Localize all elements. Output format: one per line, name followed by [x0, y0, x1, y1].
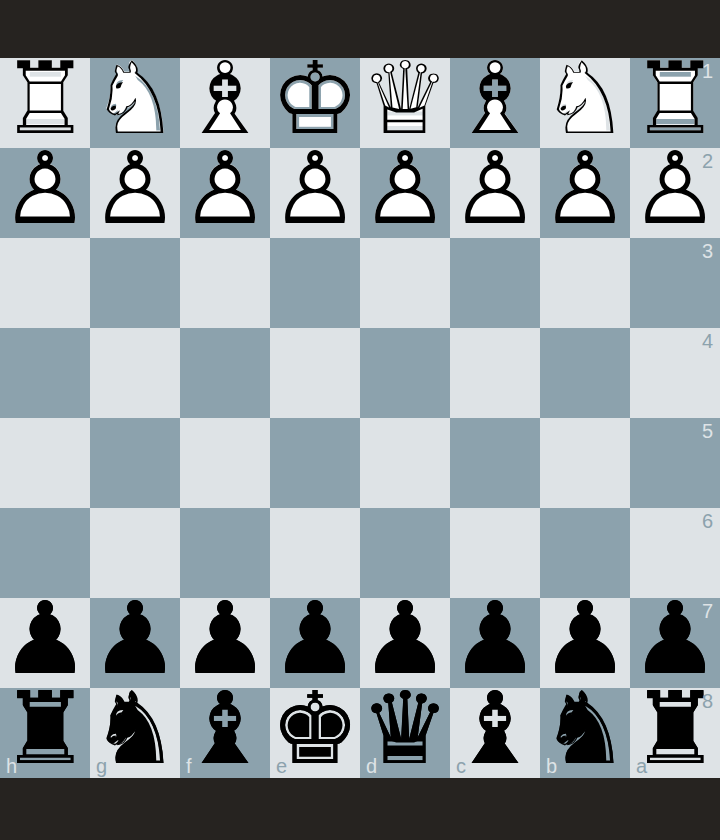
page-background: ♜♖♞♘♝♗♚♔♛♕♝♗♞♘♜♖1♟♙♟♙♟♙♟♙♟♙♟♙♟♙♟♙23456♟♙… — [0, 0, 720, 840]
black-knight-b8[interactable]: ♞♘ — [540, 688, 630, 778]
white-pawn-f2[interactable]: ♟♙ — [180, 148, 270, 238]
square-f8[interactable]: ♝♗f — [180, 688, 270, 778]
square-b4[interactable] — [540, 328, 630, 418]
white-pawn-c2[interactable]: ♟♙ — [450, 148, 540, 238]
white-pawn-b2[interactable]: ♟♙ — [540, 148, 630, 238]
piece-glyph-outline: ♙ — [540, 144, 630, 234]
rank-label-4: 4 — [702, 331, 713, 351]
piece-glyph-outline: ♕ — [360, 684, 450, 774]
piece-glyph-outline: ♙ — [0, 144, 90, 234]
square-e4[interactable] — [270, 328, 360, 418]
square-d8[interactable]: ♛♕d — [360, 688, 450, 778]
square-c3[interactable] — [450, 238, 540, 328]
square-c4[interactable] — [450, 328, 540, 418]
square-b8[interactable]: ♞♘b — [540, 688, 630, 778]
piece-glyph-outline: ♙ — [90, 144, 180, 234]
square-a4[interactable]: 4 — [630, 328, 720, 418]
black-rook-h8[interactable]: ♜♖ — [0, 688, 90, 778]
square-g3[interactable] — [90, 238, 180, 328]
square-h4[interactable] — [0, 328, 90, 418]
piece-glyph-outline: ♙ — [360, 144, 450, 234]
piece-glyph-outline: ♙ — [270, 144, 360, 234]
square-d2[interactable]: ♟♙ — [360, 148, 450, 238]
rank-label-5: 5 — [702, 421, 713, 441]
rank-label-6: 6 — [702, 511, 713, 531]
square-c5[interactable] — [450, 418, 540, 508]
square-h5[interactable] — [0, 418, 90, 508]
square-c2[interactable]: ♟♙ — [450, 148, 540, 238]
piece-glyph-outline: ♗ — [180, 684, 270, 774]
square-g5[interactable] — [90, 418, 180, 508]
square-e2[interactable]: ♟♙ — [270, 148, 360, 238]
black-king-e8[interactable]: ♚♔ — [270, 688, 360, 778]
square-f4[interactable] — [180, 328, 270, 418]
square-a2[interactable]: ♟♙2 — [630, 148, 720, 238]
square-d5[interactable] — [360, 418, 450, 508]
square-a5[interactable]: 5 — [630, 418, 720, 508]
piece-glyph-outline: ♔ — [270, 684, 360, 774]
square-g4[interactable] — [90, 328, 180, 418]
square-e8[interactable]: ♚♔e — [270, 688, 360, 778]
piece-glyph-outline: ♙ — [450, 144, 540, 234]
piece-glyph-outline: ♙ — [180, 144, 270, 234]
square-d4[interactable] — [360, 328, 450, 418]
black-bishop-c8[interactable]: ♝♗ — [450, 688, 540, 778]
square-f3[interactable] — [180, 238, 270, 328]
piece-glyph-outline: ♘ — [90, 684, 180, 774]
square-f5[interactable] — [180, 418, 270, 508]
black-queen-d8[interactable]: ♛♕ — [360, 688, 450, 778]
square-h2[interactable]: ♟♙ — [0, 148, 90, 238]
rank-label-3: 3 — [702, 241, 713, 261]
square-f2[interactable]: ♟♙ — [180, 148, 270, 238]
black-rook-a8[interactable]: ♜♖ — [630, 688, 720, 778]
piece-glyph-outline: ♖ — [630, 684, 720, 774]
square-b3[interactable] — [540, 238, 630, 328]
square-b5[interactable] — [540, 418, 630, 508]
white-pawn-a2[interactable]: ♟♙ — [630, 148, 720, 238]
white-pawn-h2[interactable]: ♟♙ — [0, 148, 90, 238]
black-bishop-f8[interactable]: ♝♗ — [180, 688, 270, 778]
piece-glyph-outline: ♗ — [450, 684, 540, 774]
square-e5[interactable] — [270, 418, 360, 508]
white-pawn-d2[interactable]: ♟♙ — [360, 148, 450, 238]
chess-board: ♜♖♞♘♝♗♚♔♛♕♝♗♞♘♜♖1♟♙♟♙♟♙♟♙♟♙♟♙♟♙♟♙23456♟♙… — [0, 58, 720, 778]
white-pawn-e2[interactable]: ♟♙ — [270, 148, 360, 238]
square-a3[interactable]: 3 — [630, 238, 720, 328]
square-d3[interactable] — [360, 238, 450, 328]
square-c8[interactable]: ♝♗c — [450, 688, 540, 778]
black-knight-g8[interactable]: ♞♘ — [90, 688, 180, 778]
square-b2[interactable]: ♟♙ — [540, 148, 630, 238]
white-pawn-g2[interactable]: ♟♙ — [90, 148, 180, 238]
piece-glyph-outline: ♖ — [0, 684, 90, 774]
piece-glyph-outline: ♙ — [630, 144, 720, 234]
square-h8[interactable]: ♜♖h — [0, 688, 90, 778]
square-g2[interactable]: ♟♙ — [90, 148, 180, 238]
square-a8[interactable]: ♜♖8a — [630, 688, 720, 778]
square-h3[interactable] — [0, 238, 90, 328]
square-g8[interactable]: ♞♘g — [90, 688, 180, 778]
square-e3[interactable] — [270, 238, 360, 328]
piece-glyph-outline: ♘ — [540, 684, 630, 774]
